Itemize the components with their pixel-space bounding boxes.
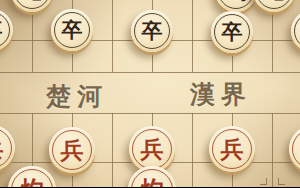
piece-red-cannon[interactable]: 炮 [128, 166, 176, 187]
piece-black-soldier[interactable]: 卒 [211, 11, 253, 53]
grid-file-line [112, 0, 113, 72]
piece-black-soldier[interactable]: 卒 [131, 10, 173, 52]
piece-red-cannon[interactable]: 炮 [8, 166, 56, 187]
piece-red-soldier[interactable]: 兵 [289, 126, 300, 172]
piece-character: 炮 [140, 178, 165, 188]
grid-file-line [192, 113, 193, 187]
piece-character: 卒 [142, 21, 163, 42]
river-label-chu-he: 楚河 [46, 84, 108, 109]
piece-character: 卒 [62, 20, 83, 41]
piece-black-horse[interactable]: 馬 [215, 0, 257, 12]
grid-rank-line [0, 72, 300, 73]
piece-ring [294, 13, 300, 49]
piece-red-soldier[interactable]: 兵 [0, 125, 15, 171]
piece-black-cannon[interactable]: 砲 [253, 0, 295, 12]
point-corner-mark [260, 178, 267, 185]
grid-file-line [192, 0, 193, 72]
piece-black-cannon[interactable]: 砲 [11, 0, 53, 12]
grid-file-line [272, 113, 273, 187]
piece-character: 炮 [20, 178, 45, 188]
piece-character: 卒 [0, 20, 3, 41]
piece-red-soldier[interactable]: 兵 [209, 126, 255, 172]
piece-character: 兵 [221, 138, 244, 161]
piece-black-soldier[interactable]: 卒 [291, 10, 300, 52]
piece-character: 兵 [141, 138, 164, 161]
river-label-han-jie: 漢界 [190, 82, 252, 107]
piece-character: 砲 [264, 0, 285, 2]
grid-file-line [112, 113, 113, 187]
piece-character: 砲 [22, 0, 43, 2]
point-corner-mark [278, 178, 285, 185]
piece-red-soldier[interactable]: 兵 [49, 127, 95, 173]
piece-character: 兵 [0, 137, 4, 160]
piece-character: 卒 [222, 22, 243, 43]
piece-black-soldier[interactable]: 卒 [0, 9, 13, 51]
xiangqi-board[interactable]: 楚河 漢界 砲馬砲卒卒卒卒卒兵兵兵兵兵炮炮 [0, 0, 300, 187]
piece-character: 兵 [61, 139, 84, 162]
grid-rank-line [0, 113, 300, 114]
piece-ring [292, 129, 300, 169]
piece-black-soldier[interactable]: 卒 [51, 9, 93, 51]
piece-character: 馬 [226, 0, 247, 2]
